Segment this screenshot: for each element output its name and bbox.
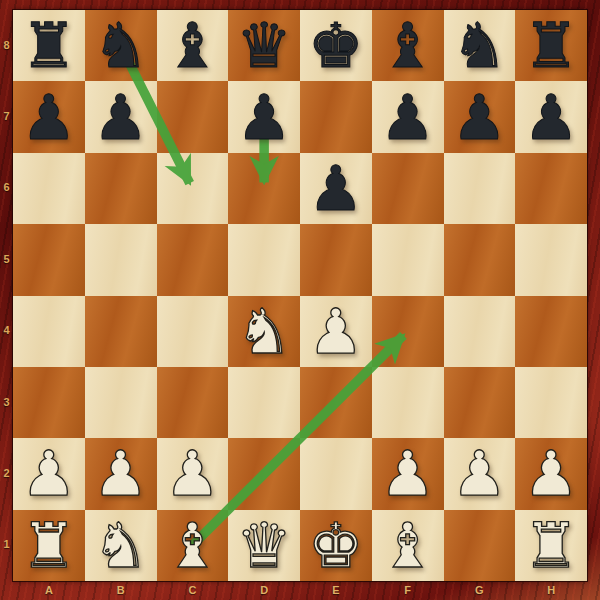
square-h3[interactable] xyxy=(515,367,587,438)
piece-white-pawn-b2[interactable]: ♟ xyxy=(93,438,149,509)
square-c1[interactable]: ♝ xyxy=(157,510,229,581)
square-e4[interactable]: ♟ xyxy=(300,296,372,367)
square-b3[interactable] xyxy=(85,367,157,438)
file-label-e: E xyxy=(325,584,347,596)
square-d6[interactable] xyxy=(228,153,300,224)
square-g7[interactable]: ♟ xyxy=(444,81,516,152)
square-b8[interactable]: ♞ xyxy=(85,10,157,81)
square-d2[interactable] xyxy=(228,438,300,509)
file-label-c: C xyxy=(181,584,203,596)
square-a7[interactable]: ♟ xyxy=(13,81,85,152)
square-b1[interactable]: ♞ xyxy=(85,510,157,581)
piece-black-pawn-d7[interactable]: ♟ xyxy=(236,82,292,153)
square-f3[interactable] xyxy=(372,367,444,438)
piece-white-pawn-h2[interactable]: ♟ xyxy=(523,438,579,509)
square-c8[interactable]: ♝ xyxy=(157,10,229,81)
square-h6[interactable] xyxy=(515,153,587,224)
square-a6[interactable] xyxy=(13,153,85,224)
square-d3[interactable] xyxy=(228,367,300,438)
piece-black-king-e8[interactable]: ♚ xyxy=(308,10,364,81)
file-label-h: H xyxy=(540,584,562,596)
piece-black-pawn-f7[interactable]: ♟ xyxy=(380,82,436,153)
piece-black-pawn-g7[interactable]: ♟ xyxy=(452,82,508,153)
square-c4[interactable] xyxy=(157,296,229,367)
square-c6[interactable] xyxy=(157,153,229,224)
piece-white-knight-d4[interactable]: ♞ xyxy=(236,296,292,367)
square-g1[interactable] xyxy=(444,510,516,581)
rank-label-6: 6 xyxy=(0,181,13,193)
piece-white-pawn-e4[interactable]: ♟ xyxy=(308,296,364,367)
piece-black-rook-a8[interactable]: ♜ xyxy=(21,10,77,81)
square-a2[interactable]: ♟ xyxy=(13,438,85,509)
rank-label-8: 8 xyxy=(0,39,13,51)
square-e2[interactable] xyxy=(300,438,372,509)
square-b4[interactable] xyxy=(85,296,157,367)
file-label-d: D xyxy=(253,584,275,596)
piece-white-bishop-c1[interactable]: ♝ xyxy=(165,510,221,581)
square-f4[interactable] xyxy=(372,296,444,367)
square-h8[interactable]: ♜ xyxy=(515,10,587,81)
piece-black-pawn-e6[interactable]: ♟ xyxy=(308,153,364,224)
chess-board: ♜♞♝♛♚♝♞♜♟♟♟♟♟♟♟♞♟♟♟♟♟♟♟♜♞♝♛♚♝♜ xyxy=(13,10,587,581)
piece-white-knight-b1[interactable]: ♞ xyxy=(93,510,149,581)
square-g2[interactable]: ♟ xyxy=(444,438,516,509)
square-e1[interactable]: ♚ xyxy=(300,510,372,581)
square-g5[interactable] xyxy=(444,224,516,295)
square-b2[interactable]: ♟ xyxy=(85,438,157,509)
rank-label-2: 2 xyxy=(0,467,13,479)
square-a4[interactable] xyxy=(13,296,85,367)
rank-label-4: 4 xyxy=(0,324,13,336)
piece-white-bishop-f1[interactable]: ♝ xyxy=(380,510,436,581)
piece-black-bishop-f8[interactable]: ♝ xyxy=(380,10,436,81)
piece-black-pawn-h7[interactable]: ♟ xyxy=(523,82,579,153)
square-h2[interactable]: ♟ xyxy=(515,438,587,509)
square-f5[interactable] xyxy=(372,224,444,295)
square-d8[interactable]: ♛ xyxy=(228,10,300,81)
square-e8[interactable]: ♚ xyxy=(300,10,372,81)
square-c3[interactable] xyxy=(157,367,229,438)
piece-black-bishop-c8[interactable]: ♝ xyxy=(165,10,221,81)
piece-black-pawn-b7[interactable]: ♟ xyxy=(93,82,149,153)
square-d5[interactable] xyxy=(228,224,300,295)
file-label-b: B xyxy=(110,584,132,596)
rank-label-5: 5 xyxy=(0,253,13,265)
square-a8[interactable]: ♜ xyxy=(13,10,85,81)
square-g6[interactable] xyxy=(444,153,516,224)
square-h1[interactable]: ♜ xyxy=(515,510,587,581)
square-e5[interactable] xyxy=(300,224,372,295)
square-h5[interactable] xyxy=(515,224,587,295)
square-b6[interactable] xyxy=(85,153,157,224)
file-label-a: A xyxy=(38,584,60,596)
square-a3[interactable] xyxy=(13,367,85,438)
piece-white-pawn-f2[interactable]: ♟ xyxy=(380,438,436,509)
rank-label-3: 3 xyxy=(0,396,13,408)
piece-black-knight-g8[interactable]: ♞ xyxy=(452,10,508,81)
square-e6[interactable]: ♟ xyxy=(300,153,372,224)
piece-black-queen-d8[interactable]: ♛ xyxy=(236,10,292,81)
square-c5[interactable] xyxy=(157,224,229,295)
file-label-f: F xyxy=(397,584,419,596)
piece-white-pawn-c2[interactable]: ♟ xyxy=(165,438,221,509)
board-squares: ♜♞♝♛♚♝♞♜♟♟♟♟♟♟♟♞♟♟♟♟♟♟♟♜♞♝♛♚♝♜ xyxy=(13,10,587,581)
square-f1[interactable]: ♝ xyxy=(372,510,444,581)
square-e3[interactable] xyxy=(300,367,372,438)
square-f7[interactable]: ♟ xyxy=(372,81,444,152)
square-f2[interactable]: ♟ xyxy=(372,438,444,509)
piece-white-queen-d1[interactable]: ♛ xyxy=(236,510,292,581)
rank-label-7: 7 xyxy=(0,110,13,122)
piece-white-king-e1[interactable]: ♚ xyxy=(308,510,364,581)
piece-black-rook-h8[interactable]: ♜ xyxy=(523,10,579,81)
square-d7[interactable]: ♟ xyxy=(228,81,300,152)
square-d4[interactable]: ♞ xyxy=(228,296,300,367)
square-f8[interactable]: ♝ xyxy=(372,10,444,81)
square-c2[interactable]: ♟ xyxy=(157,438,229,509)
square-h4[interactable] xyxy=(515,296,587,367)
square-g3[interactable] xyxy=(444,367,516,438)
square-f6[interactable] xyxy=(372,153,444,224)
piece-white-pawn-g2[interactable]: ♟ xyxy=(452,438,508,509)
square-a5[interactable] xyxy=(13,224,85,295)
square-h7[interactable]: ♟ xyxy=(515,81,587,152)
rank-label-1: 1 xyxy=(0,538,13,550)
square-d1[interactable]: ♛ xyxy=(228,510,300,581)
square-e7[interactable] xyxy=(300,81,372,152)
file-label-g: G xyxy=(468,584,490,596)
piece-black-pawn-a7[interactable]: ♟ xyxy=(21,82,77,153)
piece-black-knight-b8[interactable]: ♞ xyxy=(93,10,149,81)
square-g4[interactable] xyxy=(444,296,516,367)
square-b7[interactable]: ♟ xyxy=(85,81,157,152)
piece-white-rook-h1[interactable]: ♜ xyxy=(523,510,579,581)
piece-white-rook-a1[interactable]: ♜ xyxy=(21,510,77,581)
square-b5[interactable] xyxy=(85,224,157,295)
piece-white-pawn-a2[interactable]: ♟ xyxy=(21,438,77,509)
square-c7[interactable] xyxy=(157,81,229,152)
square-a1[interactable]: ♜ xyxy=(13,510,85,581)
chess-diagram: ♜♞♝♛♚♝♞♜♟♟♟♟♟♟♟♞♟♟♟♟♟♟♟♜♞♝♛♚♝♜ 87654321A… xyxy=(0,0,600,600)
square-g8[interactable]: ♞ xyxy=(444,10,516,81)
